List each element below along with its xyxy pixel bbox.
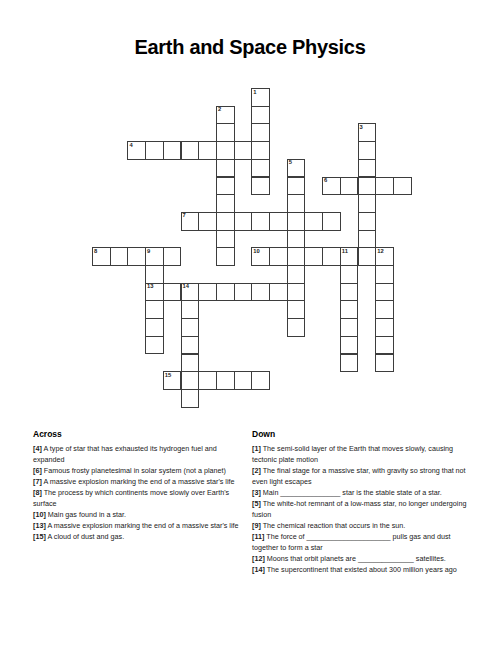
grid-cell-r14c16[interactable] bbox=[375, 336, 394, 355]
clue-down-14: [14] The supercontinent that existed abo… bbox=[252, 564, 467, 575]
cell-number-5: 5 bbox=[289, 160, 292, 166]
grid-cell-r9c10[interactable] bbox=[269, 247, 288, 266]
grid-cell-r9c13[interactable] bbox=[322, 247, 341, 266]
clue-number: [11] bbox=[252, 532, 264, 541]
clue-text: Famous frosty planetesimal in solar syst… bbox=[44, 466, 226, 475]
grid-cell-r11c8[interactable] bbox=[234, 283, 253, 302]
grid-cell-r14c5[interactable] bbox=[181, 336, 200, 355]
grid-cell-r12c5[interactable] bbox=[181, 300, 200, 319]
grid-cell-r6c7[interactable] bbox=[216, 194, 235, 213]
grid-cell-r16c7[interactable] bbox=[216, 371, 235, 390]
cell-number-7: 7 bbox=[183, 213, 186, 219]
grid-cell-r3c9[interactable] bbox=[251, 141, 270, 160]
clue-across-4: [4] A type of star that has exhausted it… bbox=[33, 443, 248, 465]
grid-cell-r10c11[interactable] bbox=[287, 265, 306, 284]
grid-cell-r9c7[interactable] bbox=[216, 247, 235, 266]
grid-cell-r9c11[interactable] bbox=[287, 247, 306, 266]
grid-cell-r2c9[interactable] bbox=[251, 123, 270, 142]
grid-cell-r5c17[interactable] bbox=[393, 177, 412, 196]
grid-cell-r8c15[interactable] bbox=[358, 230, 377, 249]
grid-cell-r16c9[interactable] bbox=[251, 371, 270, 390]
cell-number-12: 12 bbox=[377, 249, 383, 255]
clue-across-15: [15] A cloud of dust and gas. bbox=[33, 531, 248, 542]
clue-text: A massive explosion marking the end of a… bbox=[47, 521, 238, 530]
grid-cell-r11c9[interactable] bbox=[251, 283, 270, 302]
grid-cell-r5c7[interactable] bbox=[216, 177, 235, 196]
grid-cell-r5c11[interactable] bbox=[287, 177, 306, 196]
grid-cell-r16c8[interactable] bbox=[234, 371, 253, 390]
grid-cell-r11c7[interactable] bbox=[216, 283, 235, 302]
cell-number-1: 1 bbox=[253, 90, 256, 96]
down-clues-column: Down [1] The semi-solid layer of the Ear… bbox=[252, 429, 467, 575]
grid-cell-r9c4[interactable] bbox=[163, 247, 182, 266]
grid-cell-r15c16[interactable] bbox=[375, 354, 394, 373]
grid-cell-r5c16[interactable] bbox=[375, 177, 394, 196]
clue-number: [1] bbox=[252, 444, 261, 453]
clue-text: Moons that orbit planets are ___________… bbox=[267, 554, 446, 563]
clue-across-7: [7] A massive explosion marking the end … bbox=[33, 476, 248, 487]
clue-number: [13] bbox=[33, 521, 46, 530]
clue-text: Main _______________ star is the stable … bbox=[263, 488, 442, 497]
cell-number-13: 13 bbox=[147, 284, 153, 290]
grid-cell-r3c4[interactable] bbox=[163, 141, 182, 160]
grid-cell-r8c7[interactable] bbox=[216, 230, 235, 249]
grid-cell-r12c14[interactable] bbox=[340, 300, 359, 319]
clue-number: [7] bbox=[33, 477, 42, 486]
clue-text: The process by which continents move slo… bbox=[33, 488, 229, 508]
grid-cell-r13c16[interactable] bbox=[375, 318, 394, 337]
grid-cell-r14c3[interactable] bbox=[145, 336, 164, 355]
grid-cell-r3c6[interactable] bbox=[198, 141, 217, 160]
puzzle-title: Earth and Space Physics bbox=[0, 36, 500, 59]
grid-cell-r13c3[interactable] bbox=[145, 318, 164, 337]
grid-cell-r9c15[interactable] bbox=[358, 247, 377, 266]
grid-cell-r10c3[interactable] bbox=[145, 265, 164, 284]
crossword-grid: 123456789101112131415 bbox=[92, 88, 412, 408]
grid-cell-r7c7[interactable] bbox=[216, 212, 235, 231]
grid-cell-r4c7[interactable] bbox=[216, 159, 235, 178]
clue-across-6: [6] Famous frosty planetesimal in solar … bbox=[33, 465, 248, 476]
clue-text: The white-hot remnant of a low-mass star… bbox=[252, 499, 466, 519]
grid-cell-r6c15[interactable] bbox=[358, 194, 377, 213]
grid-cell-r13c11[interactable] bbox=[287, 318, 306, 337]
grid-cell-r5c14[interactable] bbox=[340, 177, 359, 196]
clue-down-5: [5] The white-hot remnant of a low-mass … bbox=[252, 498, 467, 520]
grid-cell-r7c8[interactable] bbox=[234, 212, 253, 231]
clue-number: [2] bbox=[252, 466, 261, 475]
clue-down-2: [2] The final stage for a massive star, … bbox=[252, 465, 467, 487]
grid-cell-r1c9[interactable] bbox=[251, 106, 270, 125]
clue-down-12: [12] Moons that orbit planets are ______… bbox=[252, 553, 467, 564]
grid-cell-r11c10[interactable] bbox=[269, 283, 288, 302]
grid-cell-r3c3[interactable] bbox=[145, 141, 164, 160]
grid-cell-r7c6[interactable] bbox=[198, 212, 217, 231]
grid-cell-r3c15[interactable] bbox=[358, 141, 377, 160]
grid-cell-r11c16[interactable] bbox=[375, 283, 394, 302]
grid-cell-r7c13[interactable] bbox=[322, 212, 341, 231]
clue-number: [10] bbox=[33, 510, 46, 519]
clue-number: [5] bbox=[252, 499, 261, 508]
grid-cell-r7c11[interactable] bbox=[287, 212, 306, 231]
grid-cell-r16c6[interactable] bbox=[198, 371, 217, 390]
grid-cell-r14c14[interactable] bbox=[340, 336, 359, 355]
grid-cell-r3c7[interactable] bbox=[216, 141, 235, 160]
grid-cell-r17c5[interactable] bbox=[181, 389, 200, 408]
grid-cell-r5c9[interactable] bbox=[251, 177, 270, 196]
grid-cell-r4c15[interactable] bbox=[358, 159, 377, 178]
cell-number-10: 10 bbox=[253, 249, 259, 255]
grid-cell-r11c14[interactable] bbox=[340, 283, 359, 302]
grid-cell-r13c5[interactable] bbox=[181, 318, 200, 337]
grid-cell-r2c7[interactable] bbox=[216, 123, 235, 142]
grid-cell-r3c5[interactable] bbox=[181, 141, 200, 160]
clue-text: The supercontinent that existed about 30… bbox=[267, 565, 457, 574]
clue-down-1: [1] The semi-solid layer of the Earth th… bbox=[252, 443, 467, 465]
cell-number-8: 8 bbox=[94, 249, 97, 255]
grid-cell-r16c5[interactable] bbox=[181, 371, 200, 390]
grid-cell-r15c5[interactable] bbox=[181, 354, 200, 373]
clue-text: The force of _____________________ pulls… bbox=[252, 532, 451, 552]
cell-number-2: 2 bbox=[218, 107, 221, 113]
grid-cell-r3c8[interactable] bbox=[234, 141, 253, 160]
grid-cell-r8c11[interactable] bbox=[287, 230, 306, 249]
grid-cell-r12c11[interactable] bbox=[287, 300, 306, 319]
cell-number-9: 9 bbox=[147, 249, 150, 255]
cell-number-14: 14 bbox=[183, 284, 189, 290]
clue-down-3: [3] Main _______________ star is the sta… bbox=[252, 487, 467, 498]
grid-cell-r7c15[interactable] bbox=[358, 212, 377, 231]
clue-number: [12] bbox=[252, 554, 265, 563]
grid-cell-r7c10[interactable] bbox=[269, 212, 288, 231]
grid-cell-r7c12[interactable] bbox=[304, 212, 323, 231]
grid-cell-r12c16[interactable] bbox=[375, 300, 394, 319]
grid-cell-r9c1[interactable] bbox=[110, 247, 129, 266]
grid-cell-r10c14[interactable] bbox=[340, 265, 359, 284]
clue-across-13: [13] A massive explosion marking the end… bbox=[33, 520, 248, 531]
clue-text: The chemical reaction that occurs in the… bbox=[263, 521, 406, 530]
grid-cell-r12c3[interactable] bbox=[145, 300, 164, 319]
grid-cell-r13c14[interactable] bbox=[340, 318, 359, 337]
grid-cell-r11c11[interactable] bbox=[287, 283, 306, 302]
cell-number-15: 15 bbox=[165, 373, 171, 379]
grid-cell-r7c9[interactable] bbox=[251, 212, 270, 231]
clue-number: [14] bbox=[252, 565, 265, 574]
cell-number-4: 4 bbox=[129, 143, 132, 149]
cell-number-6: 6 bbox=[324, 178, 327, 184]
clue-text: The final stage for a massive star, with… bbox=[252, 466, 466, 486]
clue-number: [15] bbox=[33, 532, 46, 541]
clue-text: A type of star that has exhausted its hy… bbox=[33, 444, 217, 464]
clue-number: [6] bbox=[33, 466, 42, 475]
across-clues-column: Across [4] A type of star that has exhau… bbox=[33, 429, 248, 542]
across-header: Across bbox=[33, 429, 248, 439]
cell-number-11: 11 bbox=[342, 249, 348, 255]
down-header: Down bbox=[252, 429, 467, 439]
grid-cell-r9c2[interactable] bbox=[127, 247, 146, 266]
clue-text: Main gas found in a star. bbox=[48, 510, 126, 519]
grid-cell-r11c6[interactable] bbox=[198, 283, 217, 302]
clue-text: The semi-solid layer of the Earth that m… bbox=[252, 444, 453, 464]
crossword-page: Earth and Space Physics 1234567891011121… bbox=[0, 0, 500, 647]
grid-cell-r9c12[interactable] bbox=[304, 247, 323, 266]
grid-cell-r6c11[interactable] bbox=[287, 194, 306, 213]
clue-number: [8] bbox=[33, 488, 42, 497]
grid-cell-r5c15[interactable] bbox=[358, 177, 377, 196]
clue-down-9: [9] The chemical reaction that occurs in… bbox=[252, 520, 467, 531]
clue-number: [4] bbox=[33, 444, 42, 453]
grid-cell-r11c4[interactable] bbox=[163, 283, 182, 302]
clue-across-8: [8] The process by which continents move… bbox=[33, 487, 248, 509]
grid-cell-r4c9[interactable] bbox=[251, 159, 270, 178]
clue-text: A massive explosion marking the end of a… bbox=[43, 477, 234, 486]
clue-text: A cloud of dust and gas. bbox=[47, 532, 124, 541]
clue-number: [3] bbox=[252, 488, 261, 497]
grid-cell-r15c14[interactable] bbox=[340, 354, 359, 373]
clue-across-10: [10] Main gas found in a star. bbox=[33, 509, 248, 520]
cell-number-3: 3 bbox=[360, 125, 363, 131]
grid-cell-r10c16[interactable] bbox=[375, 265, 394, 284]
clue-down-11: [11] The force of _____________________ … bbox=[252, 531, 467, 553]
clue-number: [9] bbox=[252, 521, 261, 530]
